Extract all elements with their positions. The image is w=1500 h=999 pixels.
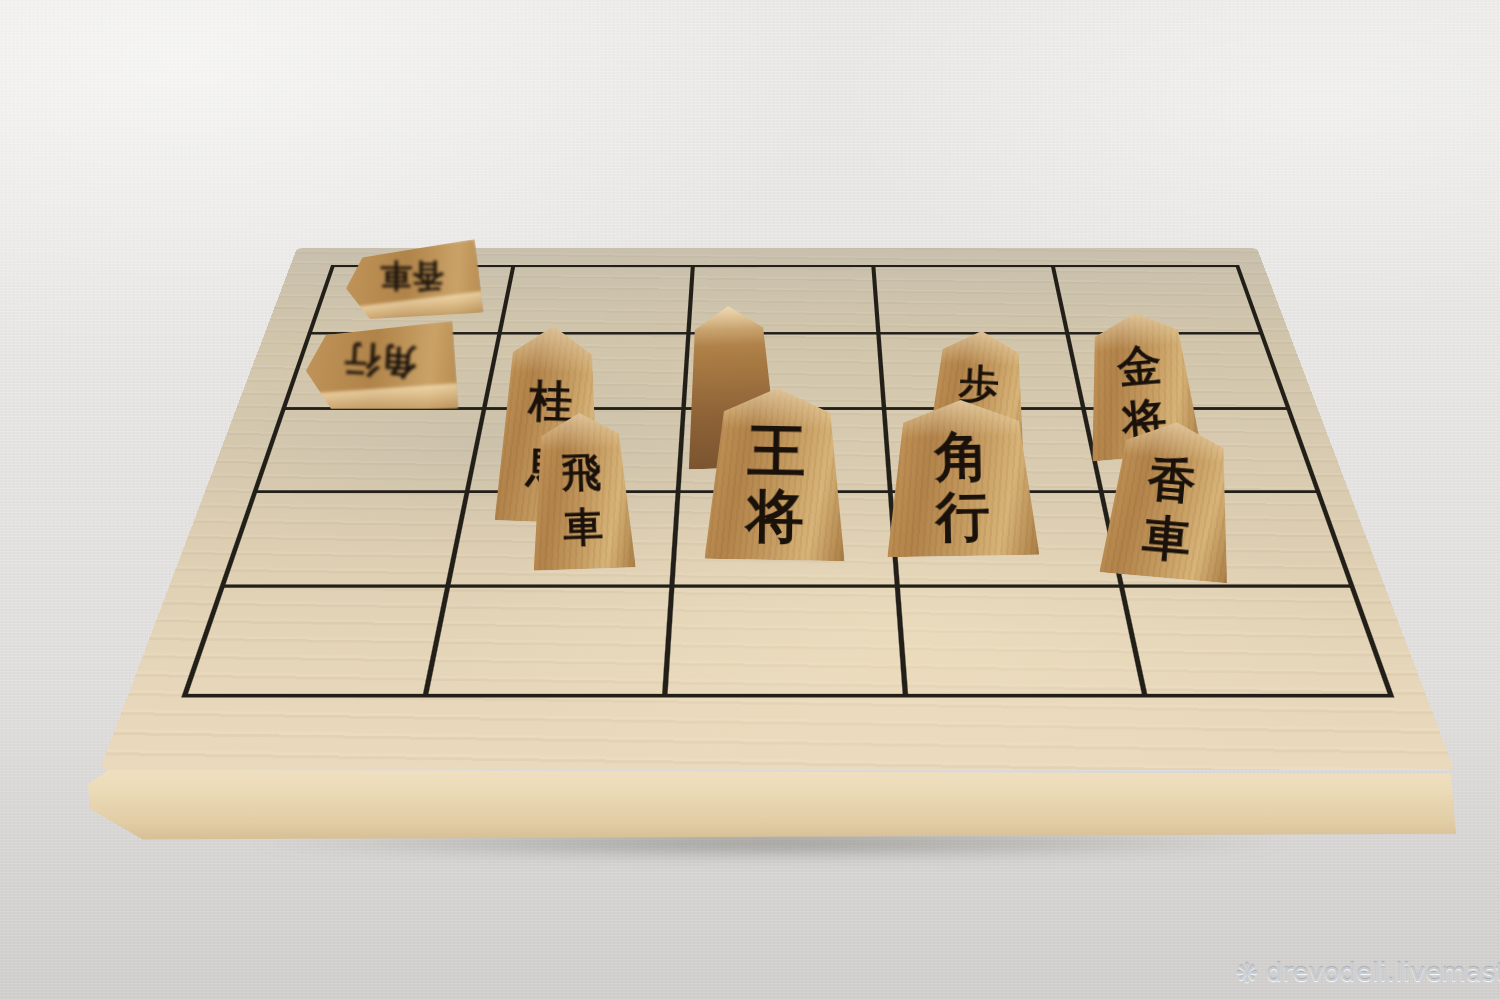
rosette-icon: ❋ <box>1236 960 1258 986</box>
photo-scene: 香車 角行 桂 馬 歩 兵 金 将 飛 車 王 将 <box>0 0 1500 999</box>
board-cell <box>900 587 1148 693</box>
piece-face-text: 香車 <box>380 260 444 292</box>
board-cell <box>257 410 486 494</box>
board-cell <box>501 267 695 334</box>
kanji-top: 王 <box>747 421 806 480</box>
kanji-top: 香 <box>1146 454 1198 506</box>
piece-bishop: 角 行 <box>885 399 1040 558</box>
kanji-bottom: 将 <box>746 487 805 546</box>
piece-face-text: 角行 <box>343 340 417 380</box>
board-cell <box>668 587 908 693</box>
kanji-top: 歩 <box>958 363 1000 405</box>
kanji-top: 飛 <box>561 451 602 492</box>
kanji-top: 桂 <box>528 378 574 424</box>
kanji-bottom: 車 <box>563 507 604 548</box>
kanji-bottom: 行 <box>935 489 990 544</box>
board-cell <box>188 587 450 693</box>
kanji-bottom: 車 <box>1141 511 1193 563</box>
board-cell <box>225 493 469 587</box>
board-front-edge <box>88 760 1456 842</box>
board-cell <box>875 267 1070 334</box>
watermark: ❋ drevodeli.livemaster.ru <box>1236 958 1500 987</box>
piece-king: 王 将 <box>705 387 848 561</box>
board-cell <box>428 587 675 693</box>
watermark-text: drevodeli.livemaster.ru <box>1266 958 1500 987</box>
kanji-top: 金 <box>1116 342 1164 390</box>
kanji-top: 角 <box>934 429 989 484</box>
board-cell <box>1125 587 1388 693</box>
